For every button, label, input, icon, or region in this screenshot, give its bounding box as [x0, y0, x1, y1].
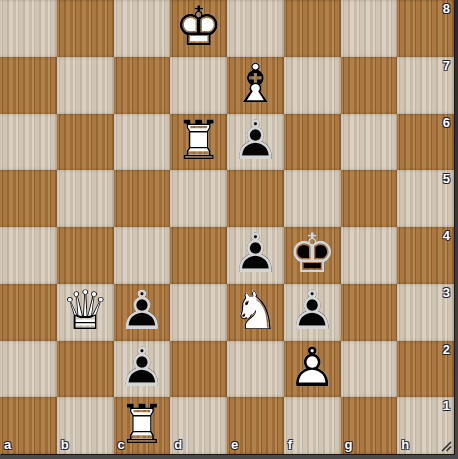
square-f5[interactable] [284, 170, 341, 227]
black-pawn-outline-glyph: ♙ [227, 113, 284, 170]
piece-white-king-d8[interactable]: ♚♔ [170, 0, 227, 57]
black-pawn-outline-glyph: ♙ [227, 226, 284, 283]
square-h3[interactable]: 3 [397, 284, 454, 341]
chess-board: ♚♔8♝♗7♜♖♟♙65♟♙♚♔4♛♕♟♙♞♘♟♙3♟♙♟♙2ab♜♖cdefg… [0, 0, 454, 454]
square-h8[interactable]: 8 [397, 0, 454, 57]
square-h4[interactable]: 4 [397, 227, 454, 284]
square-c6[interactable] [114, 114, 171, 171]
square-e3[interactable]: ♞♘ [227, 284, 284, 341]
square-b8[interactable] [57, 0, 114, 57]
piece-black-pawn-e4[interactable]: ♟♙ [227, 227, 284, 284]
rank-label-1: 1 [443, 398, 450, 413]
square-c2[interactable]: ♟♙ [114, 341, 171, 398]
square-c8[interactable] [114, 0, 171, 57]
file-label-c: c [118, 437, 125, 452]
white-knight-outline-glyph: ♘ [227, 283, 284, 340]
piece-white-bishop-e7[interactable]: ♝♗ [227, 57, 284, 114]
white-bishop-outline-glyph: ♗ [227, 56, 284, 113]
square-c4[interactable] [114, 227, 171, 284]
black-pawn-outline-glyph: ♙ [114, 340, 171, 397]
square-c7[interactable] [114, 57, 171, 114]
square-h2[interactable]: 2 [397, 341, 454, 398]
square-a4[interactable] [0, 227, 57, 284]
square-a3[interactable] [0, 284, 57, 341]
file-label-e: e [231, 437, 238, 452]
square-b7[interactable] [57, 57, 114, 114]
white-rook-outline-glyph: ♖ [170, 113, 227, 170]
piece-black-pawn-c2[interactable]: ♟♙ [114, 341, 171, 398]
square-d1[interactable]: d [170, 397, 227, 454]
file-label-h: h [401, 437, 409, 452]
resize-grip-icon[interactable] [439, 438, 452, 451]
file-label-a: a [4, 437, 11, 452]
rank-label-7: 7 [443, 58, 450, 73]
piece-white-knight-e3[interactable]: ♞♘ [227, 284, 284, 341]
square-g2[interactable] [341, 341, 398, 398]
square-c1[interactable]: ♜♖c [114, 397, 171, 454]
square-e2[interactable] [227, 341, 284, 398]
rank-label-5: 5 [443, 171, 450, 186]
square-c3[interactable]: ♟♙ [114, 284, 171, 341]
square-f8[interactable] [284, 0, 341, 57]
square-e5[interactable] [227, 170, 284, 227]
square-h7[interactable]: 7 [397, 57, 454, 114]
square-g1[interactable]: g [341, 397, 398, 454]
file-label-b: b [61, 437, 69, 452]
square-g7[interactable] [341, 57, 398, 114]
white-king-outline-glyph: ♔ [170, 0, 227, 56]
square-f6[interactable] [284, 114, 341, 171]
square-f7[interactable] [284, 57, 341, 114]
square-a1[interactable]: a [0, 397, 57, 454]
square-b3[interactable]: ♛♕ [57, 284, 114, 341]
piece-white-rook-d6[interactable]: ♜♖ [170, 114, 227, 171]
black-king-outline-glyph: ♔ [284, 226, 341, 283]
piece-white-queen-b3[interactable]: ♛♕ [57, 284, 114, 341]
black-pawn-outline-glyph: ♙ [284, 283, 341, 340]
square-f2[interactable]: ♟♙ [284, 341, 341, 398]
rank-label-2: 2 [443, 342, 450, 357]
square-b6[interactable] [57, 114, 114, 171]
square-b1[interactable]: b [57, 397, 114, 454]
piece-black-pawn-e6[interactable]: ♟♙ [227, 114, 284, 171]
square-h5[interactable]: 5 [397, 170, 454, 227]
file-label-d: d [174, 437, 182, 452]
square-b2[interactable] [57, 341, 114, 398]
piece-black-pawn-c3[interactable]: ♟♙ [114, 284, 171, 341]
square-a5[interactable] [0, 170, 57, 227]
square-g8[interactable] [341, 0, 398, 57]
square-e4[interactable]: ♟♙ [227, 227, 284, 284]
square-b4[interactable] [57, 227, 114, 284]
rank-label-4: 4 [443, 228, 450, 243]
square-g5[interactable] [341, 170, 398, 227]
square-d2[interactable] [170, 341, 227, 398]
square-g6[interactable] [341, 114, 398, 171]
square-h1[interactable]: 1h [397, 397, 454, 454]
square-e8[interactable] [227, 0, 284, 57]
square-h6[interactable]: 6 [397, 114, 454, 171]
square-a6[interactable] [0, 114, 57, 171]
square-d5[interactable] [170, 170, 227, 227]
square-c5[interactable] [114, 170, 171, 227]
square-a8[interactable] [0, 0, 57, 57]
rank-label-6: 6 [443, 115, 450, 130]
rank-label-8: 8 [443, 1, 450, 16]
piece-white-pawn-f2[interactable]: ♟♙ [284, 341, 341, 398]
square-d8[interactable]: ♚♔ [170, 0, 227, 57]
square-a2[interactable] [0, 341, 57, 398]
file-label-f: f [288, 437, 292, 452]
square-d4[interactable] [170, 227, 227, 284]
black-pawn-outline-glyph: ♙ [114, 283, 171, 340]
square-f3[interactable]: ♟♙ [284, 284, 341, 341]
square-g4[interactable] [341, 227, 398, 284]
piece-black-pawn-f3[interactable]: ♟♙ [284, 284, 341, 341]
file-label-g: g [345, 437, 353, 452]
square-e6[interactable]: ♟♙ [227, 114, 284, 171]
square-d6[interactable]: ♜♖ [170, 114, 227, 171]
square-e7[interactable]: ♝♗ [227, 57, 284, 114]
rank-label-3: 3 [443, 285, 450, 300]
square-b5[interactable] [57, 170, 114, 227]
board-window: ♚♔8♝♗7♜♖♟♙65♟♙♚♔4♛♕♟♙♞♘♟♙3♟♙♟♙2ab♜♖cdefg… [0, 0, 458, 459]
piece-black-king-f4[interactable]: ♚♔ [284, 227, 341, 284]
square-e1[interactable]: e [227, 397, 284, 454]
white-pawn-outline-glyph: ♙ [284, 340, 341, 397]
square-f4[interactable]: ♚♔ [284, 227, 341, 284]
square-f1[interactable]: f [284, 397, 341, 454]
white-queen-outline-glyph: ♕ [57, 283, 114, 340]
square-d7[interactable] [170, 57, 227, 114]
square-g3[interactable] [341, 284, 398, 341]
square-d3[interactable] [170, 284, 227, 341]
square-a7[interactable] [0, 57, 57, 114]
